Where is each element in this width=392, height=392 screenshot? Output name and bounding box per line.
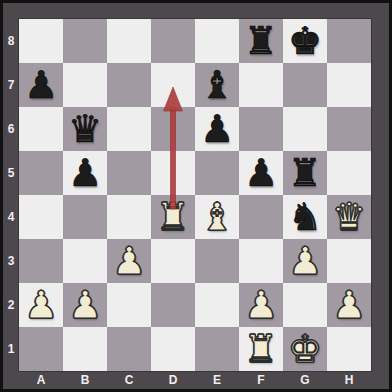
- square-c4[interactable]: [107, 195, 151, 239]
- square-c6[interactable]: [107, 107, 151, 151]
- square-d6[interactable]: [151, 107, 195, 151]
- file-labels: ABCDEFGH: [19, 371, 371, 389]
- piece-white-pawn-c3[interactable]: ♟: [112, 242, 146, 280]
- square-d7[interactable]: [151, 63, 195, 107]
- square-a2[interactable]: ♟: [19, 283, 63, 327]
- rank-labels: 87654321: [3, 19, 19, 371]
- piece-white-queen-h4[interactable]: ♛: [332, 198, 366, 236]
- square-h3[interactable]: [327, 239, 371, 283]
- square-e3[interactable]: [195, 239, 239, 283]
- square-c5[interactable]: [107, 151, 151, 195]
- square-f2[interactable]: ♟: [239, 283, 283, 327]
- rank-label-7: 7: [3, 63, 19, 107]
- square-d8[interactable]: [151, 19, 195, 63]
- piece-white-king-g1[interactable]: ♚: [288, 330, 322, 368]
- square-h2[interactable]: ♟: [327, 283, 371, 327]
- square-b7[interactable]: [63, 63, 107, 107]
- square-h5[interactable]: [327, 151, 371, 195]
- square-b2[interactable]: ♟: [63, 283, 107, 327]
- square-f1[interactable]: ♜: [239, 327, 283, 371]
- square-g2[interactable]: [283, 283, 327, 327]
- square-f8[interactable]: ♜: [239, 19, 283, 63]
- square-h1[interactable]: [327, 327, 371, 371]
- square-e6[interactable]: ♟: [195, 107, 239, 151]
- piece-black-queen-b6[interactable]: ♛: [68, 110, 102, 148]
- square-d3[interactable]: [151, 239, 195, 283]
- square-c1[interactable]: [107, 327, 151, 371]
- square-a1[interactable]: [19, 327, 63, 371]
- piece-black-knight-g4[interactable]: ♞: [288, 198, 322, 236]
- square-f4[interactable]: [239, 195, 283, 239]
- file-label-e: E: [195, 371, 239, 389]
- square-d4[interactable]: ♜: [151, 195, 195, 239]
- square-a8[interactable]: [19, 19, 63, 63]
- square-f5[interactable]: ♟: [239, 151, 283, 195]
- square-h4[interactable]: ♛: [327, 195, 371, 239]
- square-f6[interactable]: [239, 107, 283, 151]
- square-a4[interactable]: [19, 195, 63, 239]
- piece-white-pawn-h2[interactable]: ♟: [332, 286, 366, 324]
- piece-black-pawn-b5[interactable]: ♟: [68, 154, 102, 192]
- square-c7[interactable]: [107, 63, 151, 107]
- square-a7[interactable]: ♟: [19, 63, 63, 107]
- square-c2[interactable]: [107, 283, 151, 327]
- square-g3[interactable]: ♟: [283, 239, 327, 283]
- square-h6[interactable]: [327, 107, 371, 151]
- file-label-d: D: [151, 371, 195, 389]
- square-a5[interactable]: [19, 151, 63, 195]
- rank-label-3: 3: [3, 239, 19, 283]
- square-a6[interactable]: [19, 107, 63, 151]
- piece-black-pawn-e6[interactable]: ♟: [200, 110, 234, 148]
- board: ♜♚♟♝♛♟♟♟♜♜♝♞♛♟♟♟♟♟♟♜♚: [19, 19, 371, 371]
- piece-black-pawn-a7[interactable]: ♟: [24, 66, 58, 104]
- square-c8[interactable]: [107, 19, 151, 63]
- square-e4[interactable]: ♝: [195, 195, 239, 239]
- square-b4[interactable]: [63, 195, 107, 239]
- square-d2[interactable]: [151, 283, 195, 327]
- square-b3[interactable]: [63, 239, 107, 283]
- piece-black-rook-g5[interactable]: ♜: [288, 154, 322, 192]
- rank-label-1: 1: [3, 327, 19, 371]
- square-f3[interactable]: [239, 239, 283, 283]
- square-d1[interactable]: [151, 327, 195, 371]
- square-e2[interactable]: [195, 283, 239, 327]
- file-label-a: A: [19, 371, 63, 389]
- rank-label-8: 8: [3, 19, 19, 63]
- square-e7[interactable]: ♝: [195, 63, 239, 107]
- rank-label-5: 5: [3, 151, 19, 195]
- file-label-c: C: [107, 371, 151, 389]
- square-b1[interactable]: [63, 327, 107, 371]
- square-b5[interactable]: ♟: [63, 151, 107, 195]
- square-g5[interactable]: ♜: [283, 151, 327, 195]
- square-g7[interactable]: [283, 63, 327, 107]
- piece-black-rook-f8[interactable]: ♜: [244, 22, 278, 60]
- square-g1[interactable]: ♚: [283, 327, 327, 371]
- square-e8[interactable]: [195, 19, 239, 63]
- piece-white-pawn-b2[interactable]: ♟: [68, 286, 102, 324]
- piece-white-rook-f1[interactable]: ♜: [244, 330, 278, 368]
- square-d5[interactable]: [151, 151, 195, 195]
- rank-label-2: 2: [3, 283, 19, 327]
- piece-white-pawn-f2[interactable]: ♟: [244, 286, 278, 324]
- square-f7[interactable]: [239, 63, 283, 107]
- square-g8[interactable]: ♚: [283, 19, 327, 63]
- rank-label-4: 4: [3, 195, 19, 239]
- chess-board-window: 87654321 ABCDEFGH ♜♚♟♝♛♟♟♟♜♜♝♞♛♟♟♟♟♟♟♜♚: [0, 0, 392, 392]
- piece-white-bishop-e4[interactable]: ♝: [200, 198, 234, 236]
- square-e1[interactable]: [195, 327, 239, 371]
- square-g4[interactable]: ♞: [283, 195, 327, 239]
- square-b6[interactable]: ♛: [63, 107, 107, 151]
- file-label-b: B: [63, 371, 107, 389]
- rank-label-6: 6: [3, 107, 19, 151]
- square-c3[interactable]: ♟: [107, 239, 151, 283]
- file-label-g: G: [283, 371, 327, 389]
- piece-white-pawn-g3[interactable]: ♟: [288, 242, 322, 280]
- square-a3[interactable]: [19, 239, 63, 283]
- piece-black-pawn-f5[interactable]: ♟: [244, 154, 278, 192]
- square-g6[interactable]: [283, 107, 327, 151]
- piece-black-bishop-e7[interactable]: ♝: [200, 66, 234, 104]
- piece-black-king-g8[interactable]: ♚: [288, 22, 322, 60]
- file-label-f: F: [239, 371, 283, 389]
- square-h7[interactable]: [327, 63, 371, 107]
- square-h8[interactable]: [327, 19, 371, 63]
- square-e5[interactable]: [195, 151, 239, 195]
- square-b8[interactable]: [63, 19, 107, 63]
- piece-white-rook-d4[interactable]: ♜: [156, 198, 190, 236]
- file-label-h: H: [327, 371, 371, 389]
- piece-white-pawn-a2[interactable]: ♟: [24, 286, 58, 324]
